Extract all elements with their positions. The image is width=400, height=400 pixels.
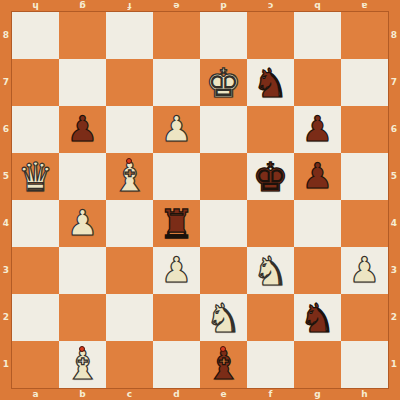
- black-pawn[interactable]: ♟: [302, 159, 333, 194]
- rank-label-left-1: 1: [0, 341, 12, 388]
- square-d7[interactable]: [153, 59, 200, 106]
- square-d2[interactable]: [153, 294, 200, 341]
- square-c6[interactable]: [106, 106, 153, 153]
- square-a5[interactable]: ♛: [12, 153, 59, 200]
- square-g4[interactable]: [294, 200, 341, 247]
- rank-label-right-5: 5: [388, 153, 400, 200]
- square-c8[interactable]: [106, 12, 153, 59]
- rank-label-right-4: 4: [388, 200, 400, 247]
- square-b6[interactable]: ♟: [59, 106, 106, 153]
- bishop-finial-dot: [126, 158, 132, 164]
- square-c5[interactable]: ♝: [106, 153, 153, 200]
- black-king[interactable]: ♚: [253, 157, 289, 197]
- rank-label-right-3: 3: [388, 247, 400, 294]
- square-c7[interactable]: [106, 59, 153, 106]
- file-label-bottom-b: b: [59, 388, 106, 400]
- square-d6[interactable]: ♟: [153, 106, 200, 153]
- square-a2[interactable]: [12, 294, 59, 341]
- square-g1[interactable]: [294, 341, 341, 388]
- black-knight[interactable]: ♞: [253, 63, 289, 103]
- rank-label-left-6: 6: [0, 106, 12, 153]
- square-b5[interactable]: [59, 153, 106, 200]
- square-a3[interactable]: [12, 247, 59, 294]
- square-e3[interactable]: [200, 247, 247, 294]
- rank-label-left-7: 7: [0, 59, 12, 106]
- square-g3[interactable]: [294, 247, 341, 294]
- square-h3[interactable]: ♟: [341, 247, 388, 294]
- square-d3[interactable]: ♟: [153, 247, 200, 294]
- rank-label-right-2: 2: [388, 294, 400, 341]
- square-c1[interactable]: [106, 341, 153, 388]
- file-label-bottom-c: c: [106, 388, 153, 400]
- square-d4[interactable]: ♜: [153, 200, 200, 247]
- square-c3[interactable]: [106, 247, 153, 294]
- square-a8[interactable]: [12, 12, 59, 59]
- white-pawn[interactable]: ♟: [67, 206, 98, 241]
- rank-label-left-3: 3: [0, 247, 12, 294]
- rank-label-left-4: 4: [0, 200, 12, 247]
- square-b1[interactable]: ♝: [59, 341, 106, 388]
- file-label-top-a: a: [341, 0, 388, 12]
- file-label-bottom-a: a: [12, 388, 59, 400]
- square-e5[interactable]: [200, 153, 247, 200]
- black-bishop[interactable]: ♝: [206, 345, 242, 385]
- rank-label-right-7: 7: [388, 59, 400, 106]
- square-f1[interactable]: [247, 341, 294, 388]
- square-g7[interactable]: [294, 59, 341, 106]
- white-bishop[interactable]: ♝: [112, 157, 148, 197]
- white-pawn[interactable]: ♟: [349, 253, 380, 288]
- white-knight[interactable]: ♞: [206, 298, 242, 338]
- square-c4[interactable]: [106, 200, 153, 247]
- square-d5[interactable]: [153, 153, 200, 200]
- file-label-top-g: g: [59, 0, 106, 12]
- rank-label-left-2: 2: [0, 294, 12, 341]
- file-label-bottom-g: g: [294, 388, 341, 400]
- square-h8[interactable]: [341, 12, 388, 59]
- square-b2[interactable]: [59, 294, 106, 341]
- square-f7[interactable]: ♞: [247, 59, 294, 106]
- white-knight[interactable]: ♞: [253, 251, 289, 291]
- square-h7[interactable]: [341, 59, 388, 106]
- file-label-top-b: b: [294, 0, 341, 12]
- square-g6[interactable]: ♟: [294, 106, 341, 153]
- file-label-bottom-e: e: [200, 388, 247, 400]
- square-b4[interactable]: ♟: [59, 200, 106, 247]
- square-f8[interactable]: [247, 12, 294, 59]
- square-e8[interactable]: [200, 12, 247, 59]
- square-f4[interactable]: [247, 200, 294, 247]
- white-pawn[interactable]: ♟: [161, 112, 192, 147]
- bishop-finial-dot: [79, 346, 85, 352]
- white-king[interactable]: ♚: [206, 63, 242, 103]
- white-queen[interactable]: ♛: [18, 157, 54, 197]
- square-e6[interactable]: [200, 106, 247, 153]
- rank-label-left-8: 8: [0, 12, 12, 59]
- square-e2[interactable]: ♞: [200, 294, 247, 341]
- square-a6[interactable]: [12, 106, 59, 153]
- file-label-bottom-f: f: [247, 388, 294, 400]
- chess-app: ♚♞♟♟♟♛♝♚♟♟♜♟♞♟♞♞♝♝ ha88gb77fc66ed55de44c…: [0, 0, 400, 400]
- white-pawn[interactable]: ♟: [161, 253, 192, 288]
- black-pawn[interactable]: ♟: [67, 112, 98, 147]
- square-b7[interactable]: [59, 59, 106, 106]
- square-g5[interactable]: ♟: [294, 153, 341, 200]
- chess-board: ♚♞♟♟♟♛♝♚♟♟♜♟♞♟♞♞♝♝: [12, 12, 388, 388]
- black-pawn[interactable]: ♟: [302, 112, 333, 147]
- rank-label-right-6: 6: [388, 106, 400, 153]
- black-rook[interactable]: ♜: [159, 204, 195, 244]
- square-a4[interactable]: [12, 200, 59, 247]
- square-h4[interactable]: [341, 200, 388, 247]
- square-h1[interactable]: [341, 341, 388, 388]
- bishop-finial-dot: [220, 346, 226, 352]
- rank-label-left-5: 5: [0, 153, 12, 200]
- file-label-bottom-d: d: [153, 388, 200, 400]
- square-e4[interactable]: [200, 200, 247, 247]
- square-c2[interactable]: [106, 294, 153, 341]
- file-label-top-f: f: [106, 0, 153, 12]
- white-bishop[interactable]: ♝: [65, 345, 101, 385]
- square-d8[interactable]: [153, 12, 200, 59]
- square-d1[interactable]: [153, 341, 200, 388]
- square-h2[interactable]: [341, 294, 388, 341]
- file-label-top-h: h: [12, 0, 59, 12]
- square-g8[interactable]: [294, 12, 341, 59]
- square-g2[interactable]: ♞: [294, 294, 341, 341]
- square-a7[interactable]: [12, 59, 59, 106]
- square-f2[interactable]: [247, 294, 294, 341]
- square-f6[interactable]: [247, 106, 294, 153]
- square-h6[interactable]: [341, 106, 388, 153]
- square-b3[interactable]: [59, 247, 106, 294]
- rank-label-right-1: 1: [388, 341, 400, 388]
- square-e7[interactable]: ♚: [200, 59, 247, 106]
- file-label-top-c: c: [247, 0, 294, 12]
- file-label-top-e: e: [153, 0, 200, 12]
- file-label-bottom-h: h: [341, 388, 388, 400]
- rank-label-right-8: 8: [388, 12, 400, 59]
- square-h5[interactable]: [341, 153, 388, 200]
- file-label-top-d: d: [200, 0, 247, 12]
- square-b8[interactable]: [59, 12, 106, 59]
- black-knight[interactable]: ♞: [300, 298, 336, 338]
- square-e1[interactable]: ♝: [200, 341, 247, 388]
- square-a1[interactable]: [12, 341, 59, 388]
- square-f5[interactable]: ♚: [247, 153, 294, 200]
- square-f3[interactable]: ♞: [247, 247, 294, 294]
